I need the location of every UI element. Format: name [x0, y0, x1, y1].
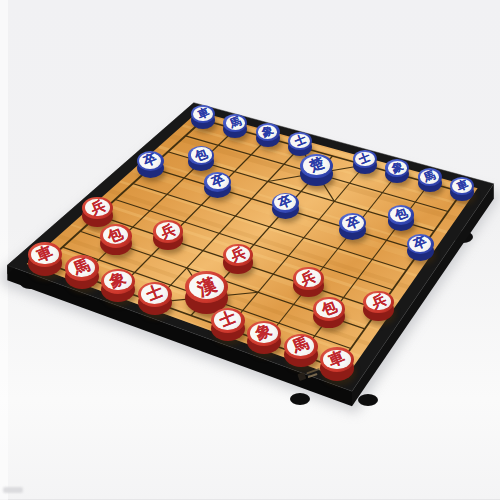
- piece-red-soldier-g7[interactable]: 兵: [293, 267, 324, 297]
- piece-character: 兵: [229, 245, 247, 263]
- piece-face: 楚: [303, 156, 330, 175]
- piece-character: 象: [108, 270, 128, 290]
- piece-red-chariot-a10[interactable]: 車: [28, 242, 62, 275]
- piece-face: 士: [214, 310, 241, 330]
- piece-blue-soldier-a4[interactable]: 卒: [137, 151, 164, 178]
- piece-character: 卒: [277, 194, 293, 210]
- piece-face: 卒: [409, 236, 431, 252]
- maker-logo-text2: [308, 373, 318, 378]
- piece-face: 漢: [189, 274, 224, 299]
- piece-blue-horse-h1[interactable]: 馬: [418, 168, 442, 192]
- piece-face: 馬: [420, 170, 439, 184]
- piece-character: 兵: [159, 222, 177, 240]
- piece-blue-soldier-g4[interactable]: 卒: [339, 213, 366, 240]
- piece-character: 車: [455, 179, 469, 193]
- piece-red-soldier-e7[interactable]: 兵: [223, 244, 254, 274]
- piece-character: 馬: [422, 170, 436, 184]
- piece-character: 馬: [228, 116, 242, 130]
- piece-red-horse-b10[interactable]: 馬: [65, 255, 99, 288]
- piece-character: 包: [193, 147, 209, 163]
- piece-character: 卒: [412, 235, 428, 251]
- piece-blue-general-e2[interactable]: 楚: [300, 154, 333, 187]
- maker-logo-mark: [297, 372, 306, 381]
- photo-watermark: [3, 487, 23, 493]
- piece-disc-top: 士: [138, 282, 172, 307]
- piece-character: 兵: [369, 292, 387, 310]
- piece-character: 楚: [308, 156, 326, 174]
- piece-red-cannon-h8[interactable]: 包: [313, 297, 345, 328]
- piece-character: 卒: [345, 215, 361, 231]
- piece-disc-top: 象: [247, 321, 281, 346]
- piece-blue-elephant-g1[interactable]: 象: [385, 159, 409, 183]
- piece-blue-chariot-a1[interactable]: 車: [191, 105, 215, 129]
- piece-face: 車: [193, 107, 212, 121]
- piece-disc-top: 兵: [153, 220, 184, 243]
- piece-disc-top: 象: [101, 269, 135, 294]
- piece-blue-cannon-h3[interactable]: 包: [388, 205, 414, 231]
- piece-disc-top: 兵: [82, 197, 113, 220]
- piece-face: 兵: [366, 293, 391, 311]
- piece-face: 象: [388, 161, 407, 175]
- piece-red-soldier-c7[interactable]: 兵: [153, 220, 184, 250]
- piece-blue-guard-f1[interactable]: 士: [353, 150, 377, 174]
- piece-face: 卒: [274, 194, 296, 210]
- piece-character: 士: [358, 152, 372, 166]
- piece-disc-top: 卒: [272, 193, 299, 213]
- piece-character: 車: [327, 349, 347, 369]
- piece-face: 士: [355, 152, 374, 166]
- piece-character: 包: [320, 299, 339, 318]
- piece-red-chariot-i10[interactable]: 車: [320, 347, 354, 380]
- piece-disc-top: 卒: [137, 151, 164, 171]
- piece-disc-top: 包: [100, 224, 132, 248]
- piece-face: 包: [316, 299, 341, 317]
- piece-blue-cannon-b3[interactable]: 包: [188, 146, 214, 172]
- piece-character: 兵: [88, 198, 106, 216]
- piece-red-elephant-c10[interactable]: 象: [101, 269, 135, 302]
- piece-disc-top: 楚: [300, 154, 333, 179]
- piece-character: 包: [106, 226, 125, 245]
- piece-blue-chariot-i1[interactable]: 車: [450, 177, 474, 201]
- piece-disc-top: 象: [256, 123, 280, 141]
- piece-character: 卒: [142, 152, 158, 168]
- piece-character: 兵: [299, 269, 317, 287]
- piece-disc-top: 兵: [293, 267, 324, 290]
- piece-blue-soldier-i4[interactable]: 卒: [407, 234, 434, 261]
- product-photo-stage: 車馬象士包士卒楚象馬卒車卒兵包卒兵包卒兵車馬兵象漢士兵包士象馬車: [0, 0, 500, 500]
- piece-disc-top: 馬: [284, 334, 318, 359]
- piece-disc-top: 士: [211, 308, 245, 333]
- piece-disc-top: 包: [388, 205, 414, 224]
- piece-blue-guard-d1[interactable]: 士: [288, 132, 312, 156]
- piece-blue-soldier-c4[interactable]: 卒: [204, 172, 231, 199]
- piece-face: 包: [390, 207, 411, 222]
- piece-face: 卒: [342, 215, 364, 231]
- piece-character: 包: [393, 207, 409, 223]
- piece-disc-top: 士: [353, 150, 377, 168]
- piece-red-guard-d10[interactable]: 士: [138, 282, 172, 315]
- piece-face: 馬: [68, 258, 95, 278]
- piece-disc-top: 馬: [65, 255, 99, 280]
- piece-character: 士: [144, 284, 164, 304]
- piece-character: 象: [390, 161, 404, 175]
- piece-face: 馬: [226, 116, 245, 130]
- piece-face: 卒: [207, 174, 229, 190]
- piece-blue-elephant-c1[interactable]: 象: [256, 123, 280, 147]
- piece-face: 車: [323, 350, 350, 370]
- piece-face: 馬: [287, 336, 314, 356]
- piece-face: 車: [452, 179, 471, 193]
- piece-face: 象: [250, 323, 277, 343]
- piece-face: 包: [191, 147, 212, 162]
- piece-blue-soldier-e4[interactable]: 卒: [272, 193, 299, 220]
- piece-character: 象: [261, 125, 275, 139]
- piece-face: 包: [103, 226, 128, 244]
- piece-face: 士: [141, 284, 168, 304]
- piece-disc-top: 卒: [407, 234, 434, 254]
- piece-character: 卒: [210, 173, 226, 189]
- piece-face: 兵: [156, 222, 181, 240]
- piece-face: 象: [258, 125, 277, 139]
- piece-character: 馬: [71, 257, 91, 277]
- piece-face: 象: [104, 271, 131, 291]
- piece-red-horse-h10[interactable]: 馬: [284, 334, 318, 367]
- piece-face: 兵: [296, 269, 321, 287]
- piece-red-soldier-i7[interactable]: 兵: [363, 291, 394, 321]
- piece-character: 士: [217, 310, 237, 330]
- piece-red-cannon-b8[interactable]: 包: [100, 224, 132, 255]
- piece-disc-top: 兵: [363, 291, 394, 314]
- piece-red-soldier-a7[interactable]: 兵: [82, 197, 113, 227]
- piece-face: 兵: [85, 199, 110, 217]
- piece-face: 士: [290, 134, 309, 148]
- piece-character: 士: [293, 134, 307, 148]
- piece-character: 馬: [290, 336, 310, 356]
- piece-face: 兵: [226, 246, 251, 264]
- piece-red-elephant-g10[interactable]: 象: [247, 321, 281, 354]
- piece-character: 象: [254, 323, 274, 343]
- piece-blue-horse-b1[interactable]: 馬: [223, 114, 247, 138]
- piece-character: 車: [35, 244, 55, 264]
- piece-red-guard-f10[interactable]: 士: [211, 308, 245, 341]
- piece-face: 卒: [139, 153, 161, 169]
- piece-character: 漢: [195, 275, 219, 299]
- piece-face: 車: [31, 245, 58, 265]
- piece-disc-top: 馬: [418, 168, 442, 186]
- piece-character: 車: [196, 107, 210, 121]
- piece-disc-top: 包: [313, 297, 345, 321]
